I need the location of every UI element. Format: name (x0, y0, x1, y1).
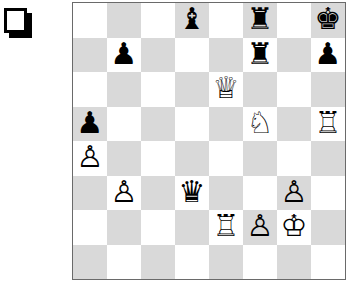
square-h8[interactable]: ♚ (311, 3, 345, 38)
square-h7[interactable]: ♟ (311, 38, 345, 73)
piece-black-bishop: ♝ (179, 4, 206, 34)
square-e7[interactable] (209, 38, 243, 73)
square-b5[interactable] (107, 107, 141, 142)
piece-white-rook: ♖ (213, 211, 240, 241)
square-h6[interactable] (311, 72, 345, 107)
piece-white-queen: ♕ (213, 73, 240, 103)
piece-black-rook: ♜ (247, 39, 274, 69)
square-e1[interactable] (209, 245, 243, 280)
chess-board: ♝♜♚♟♜♟♕♟♘♖♙♙♛♙♖♙♔ (72, 2, 346, 280)
piece-black-queen: ♛ (179, 177, 206, 207)
square-g7[interactable] (277, 38, 311, 73)
square-b3[interactable]: ♙ (107, 176, 141, 211)
square-b7[interactable]: ♟ (107, 38, 141, 73)
square-c6[interactable] (141, 72, 175, 107)
piece-white-knight: ♘ (247, 108, 274, 138)
square-a2[interactable] (73, 210, 107, 245)
square-f3[interactable] (243, 176, 277, 211)
square-g5[interactable] (277, 107, 311, 142)
square-g3[interactable]: ♙ (277, 176, 311, 211)
square-e5[interactable] (209, 107, 243, 142)
piece-white-pawn: ♙ (77, 142, 104, 172)
square-a1[interactable] (73, 245, 107, 280)
square-e6[interactable]: ♕ (209, 72, 243, 107)
square-h2[interactable] (311, 210, 345, 245)
square-d3[interactable]: ♛ (175, 176, 209, 211)
square-a4[interactable]: ♙ (73, 141, 107, 176)
square-c4[interactable] (141, 141, 175, 176)
piece-black-pawn: ♟ (77, 108, 104, 138)
square-c2[interactable] (141, 210, 175, 245)
square-h3[interactable] (311, 176, 345, 211)
square-b4[interactable] (107, 141, 141, 176)
square-g4[interactable] (277, 141, 311, 176)
square-d8[interactable]: ♝ (175, 3, 209, 38)
square-b8[interactable] (107, 3, 141, 38)
square-d2[interactable] (175, 210, 209, 245)
square-a6[interactable] (73, 72, 107, 107)
square-d1[interactable] (175, 245, 209, 280)
chess-diagram: ♝♜♚♟♜♟♕♟♘♖♙♙♛♙♖♙♔ (0, 0, 350, 284)
piece-black-pawn: ♟ (111, 39, 138, 69)
piece-black-rook: ♜ (247, 4, 274, 34)
square-g8[interactable] (277, 3, 311, 38)
square-d5[interactable] (175, 107, 209, 142)
square-f5[interactable]: ♘ (243, 107, 277, 142)
piece-white-king: ♔ (281, 211, 308, 241)
piece-white-pawn: ♙ (247, 211, 274, 241)
square-a7[interactable] (73, 38, 107, 73)
square-f4[interactable] (243, 141, 277, 176)
square-d4[interactable] (175, 141, 209, 176)
piece-white-pawn: ♙ (111, 177, 138, 207)
square-c5[interactable] (141, 107, 175, 142)
square-b2[interactable] (107, 210, 141, 245)
square-h4[interactable] (311, 141, 345, 176)
square-f2[interactable]: ♙ (243, 210, 277, 245)
square-e4[interactable] (209, 141, 243, 176)
square-e3[interactable] (209, 176, 243, 211)
piece-black-king: ♚ (315, 4, 342, 34)
square-e8[interactable] (209, 3, 243, 38)
square-d6[interactable] (175, 72, 209, 107)
square-f6[interactable] (243, 72, 277, 107)
square-e2[interactable]: ♖ (209, 210, 243, 245)
square-h1[interactable] (311, 245, 345, 280)
piece-white-rook: ♖ (315, 108, 342, 138)
piece-black-pawn: ♟ (315, 39, 342, 69)
square-h5[interactable]: ♖ (311, 107, 345, 142)
square-g6[interactable] (277, 72, 311, 107)
square-f8[interactable]: ♜ (243, 3, 277, 38)
square-b1[interactable] (107, 245, 141, 280)
square-g1[interactable] (277, 245, 311, 280)
square-d7[interactable] (175, 38, 209, 73)
square-c7[interactable] (141, 38, 175, 73)
white-to-move-icon (4, 8, 27, 33)
square-f1[interactable] (243, 245, 277, 280)
square-a8[interactable] (73, 3, 107, 38)
square-b6[interactable] (107, 72, 141, 107)
piece-white-pawn: ♙ (281, 177, 308, 207)
square-f7[interactable]: ♜ (243, 38, 277, 73)
square-g2[interactable]: ♔ (277, 210, 311, 245)
square-c1[interactable] (141, 245, 175, 280)
square-a3[interactable] (73, 176, 107, 211)
square-c8[interactable] (141, 3, 175, 38)
square-c3[interactable] (141, 176, 175, 211)
square-a5[interactable]: ♟ (73, 107, 107, 142)
